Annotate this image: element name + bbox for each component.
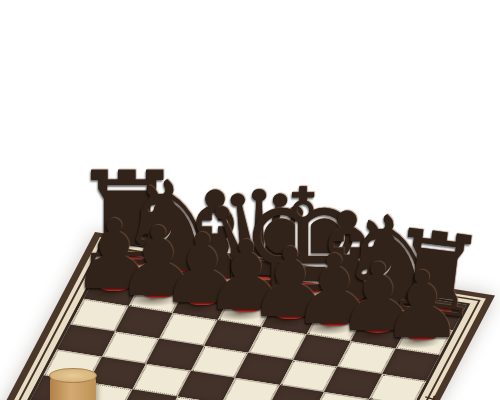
rank-coordinate-label: 7 [422,395,438,400]
stray-light-pawn [50,373,96,400]
stray-pawn-top [49,368,97,383]
